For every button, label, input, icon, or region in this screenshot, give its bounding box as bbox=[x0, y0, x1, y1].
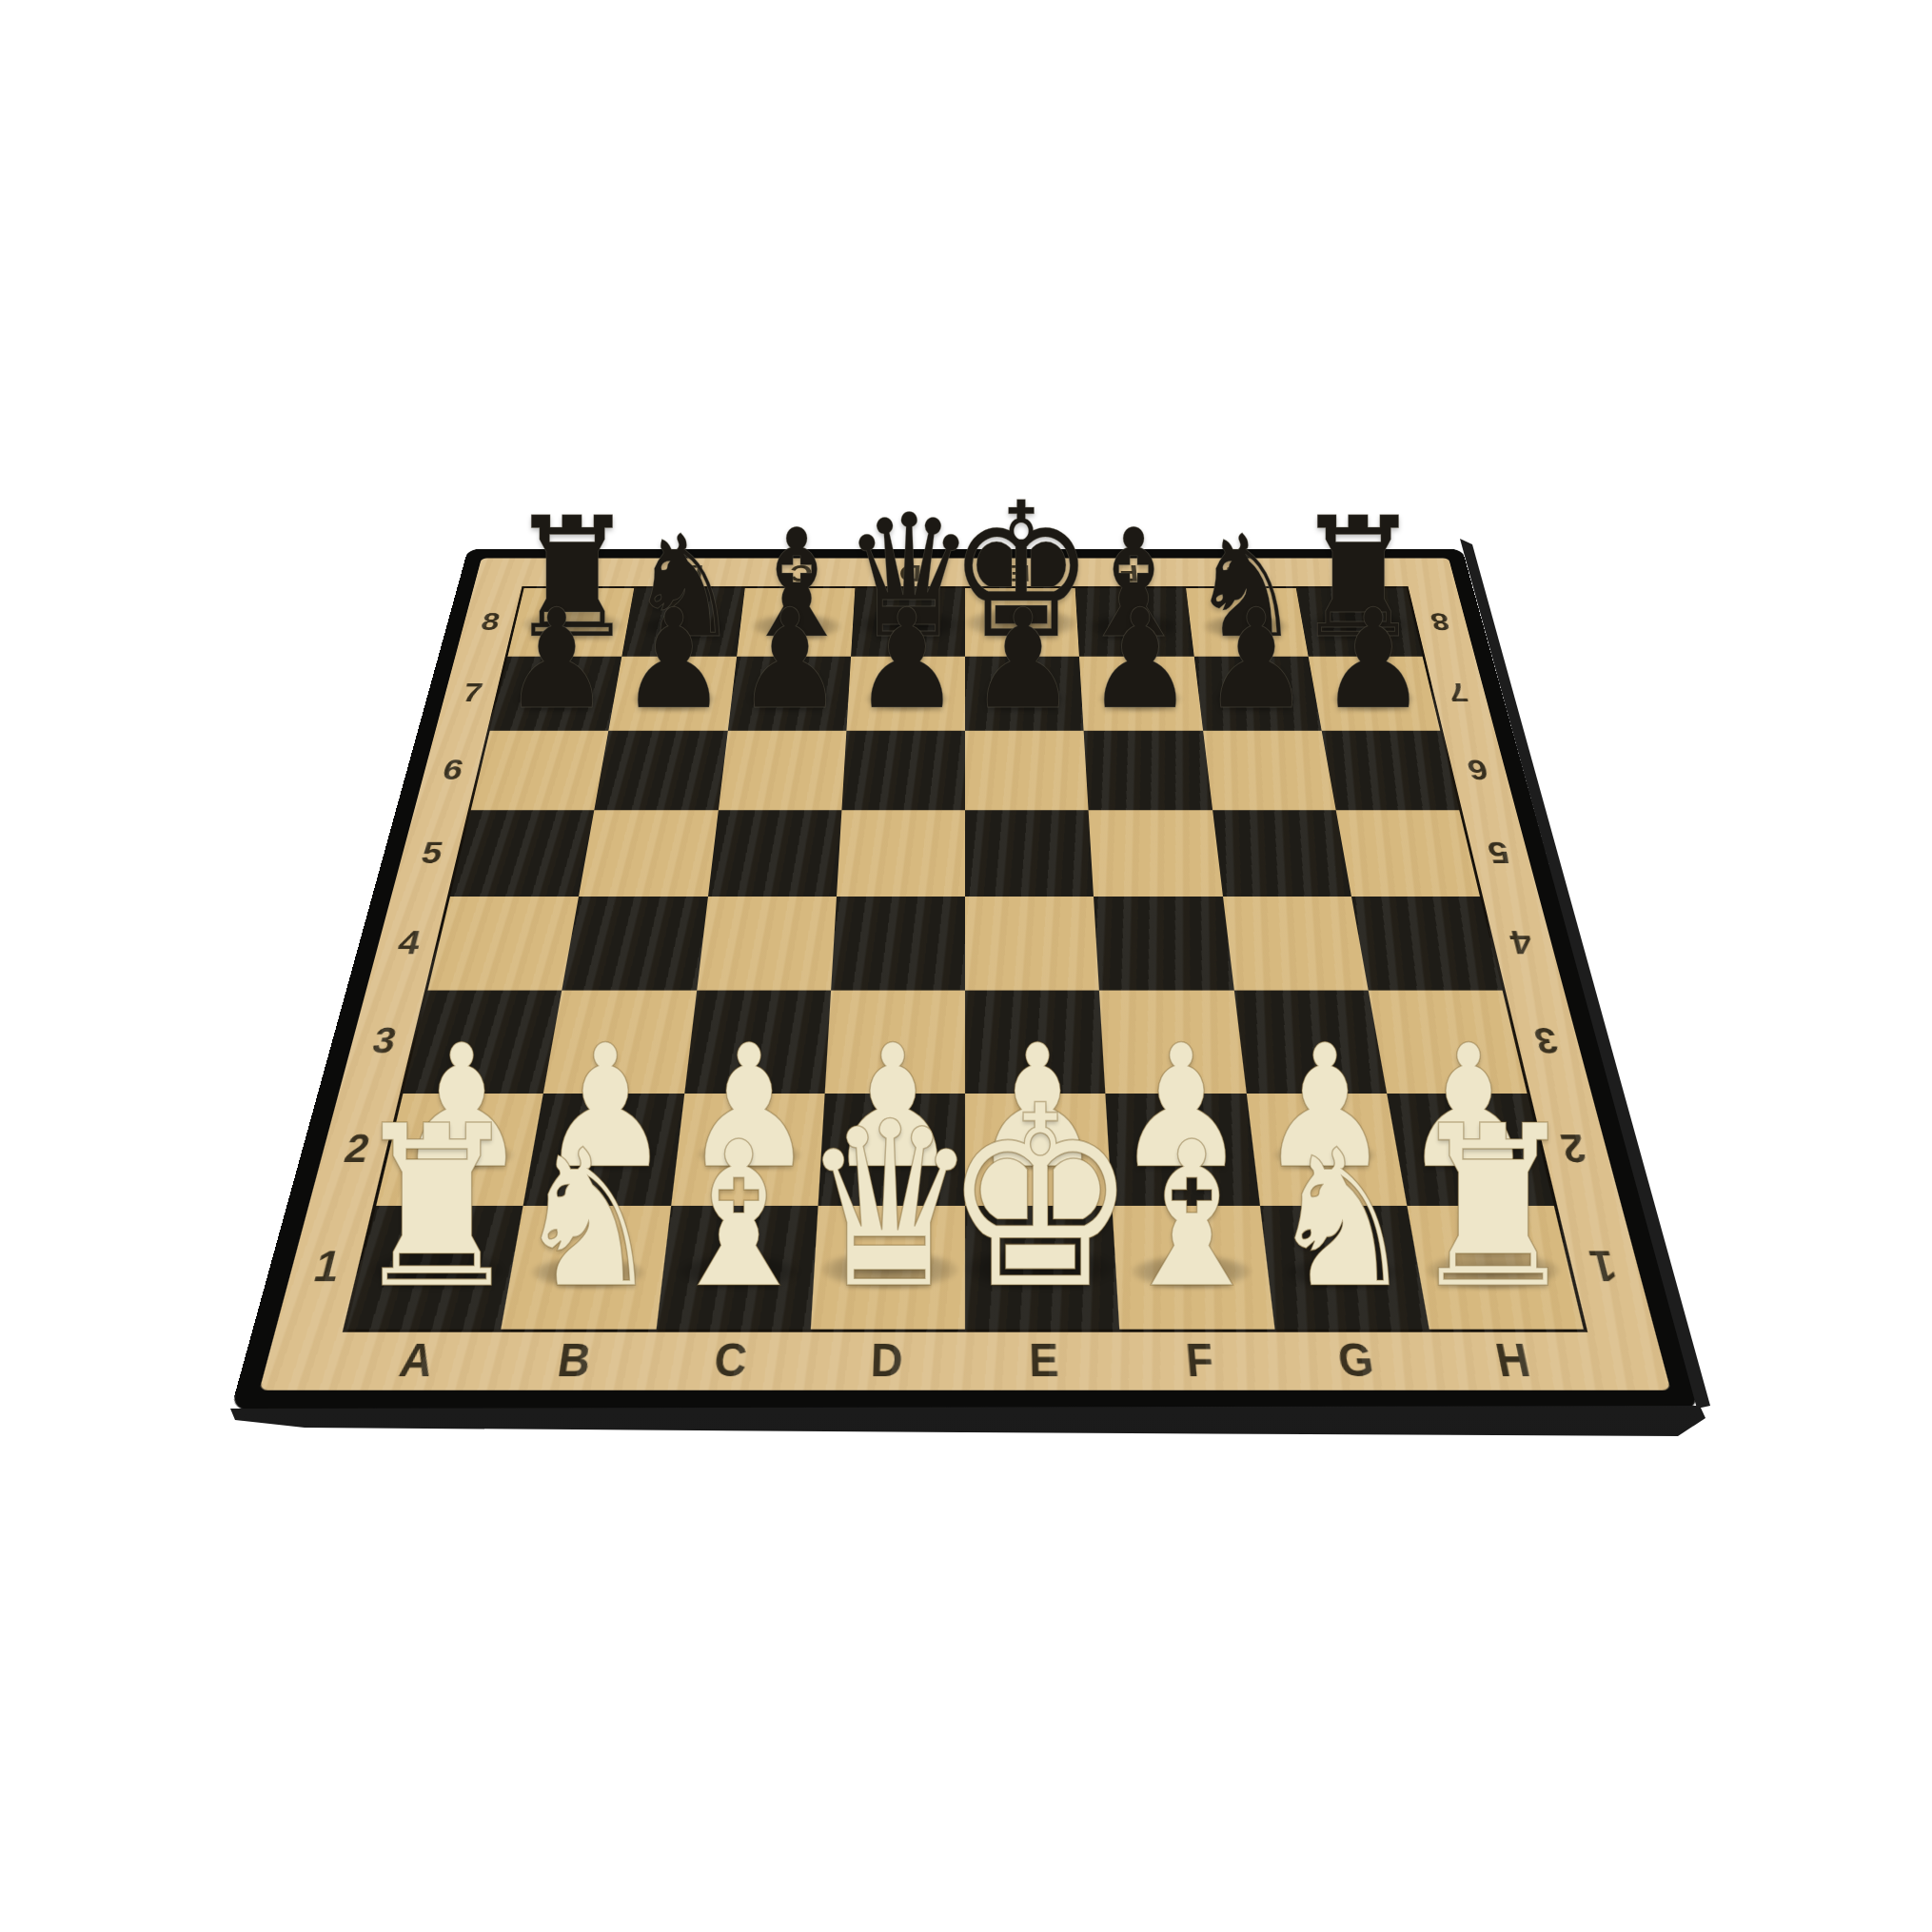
piece-white-bishop-c1[interactable]: ♝ bbox=[660, 1115, 817, 1316]
piece-black-pawn-g7[interactable]: ♟ bbox=[1203, 591, 1311, 729]
piece-black-pawn-c7[interactable]: ♟ bbox=[737, 591, 844, 729]
pieces-layer: ♜♞♝♛♚♝♞♜♟♟♟♟♟♟♟♟♟♟♟♟♟♟♟♟♜♞♝♛♚♝♞♜ bbox=[0, 0, 1932, 1932]
piece-white-knight-g1[interactable]: ♞ bbox=[1268, 1125, 1415, 1314]
piece-white-knight-b1[interactable]: ♞ bbox=[514, 1125, 661, 1314]
piece-white-rook-h1[interactable]: ♜ bbox=[1406, 1096, 1580, 1319]
piece-white-rook-a1[interactable]: ♜ bbox=[350, 1096, 524, 1319]
piece-black-pawn-b7[interactable]: ♟ bbox=[620, 591, 727, 729]
piece-white-king-e1[interactable]: ♚ bbox=[942, 1073, 1138, 1324]
piece-black-pawn-a7[interactable]: ♟ bbox=[503, 591, 611, 729]
piece-black-pawn-e7[interactable]: ♟ bbox=[970, 591, 1077, 729]
piece-black-pawn-h7[interactable]: ♟ bbox=[1319, 591, 1427, 729]
piece-black-pawn-f7[interactable]: ♟ bbox=[1086, 591, 1193, 729]
piece-black-pawn-d7[interactable]: ♟ bbox=[853, 591, 960, 729]
piece-white-bishop-f1[interactable]: ♝ bbox=[1113, 1115, 1269, 1316]
